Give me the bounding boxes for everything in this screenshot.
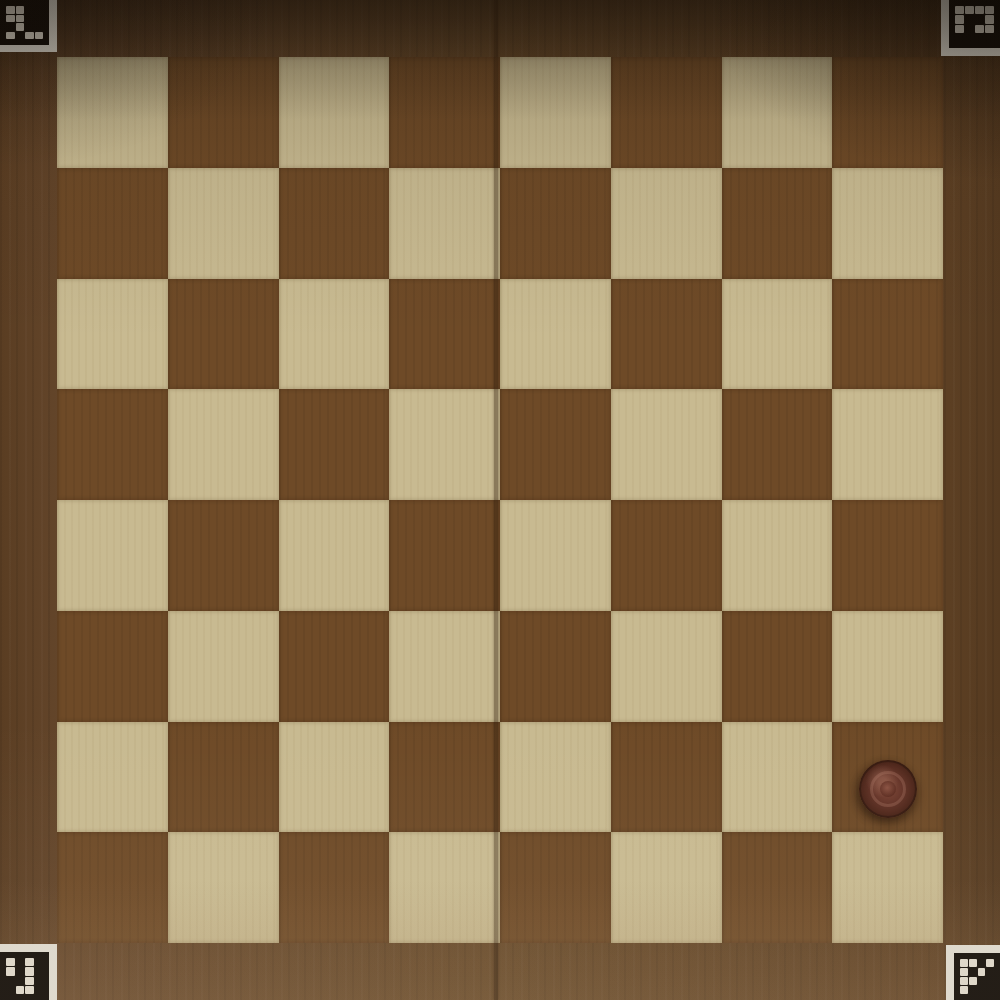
marker-cell-black [16, 958, 25, 966]
marker-cell-black [965, 25, 974, 33]
square-e3[interactable] [500, 611, 611, 722]
square-c6[interactable] [279, 279, 390, 390]
square-b2[interactable] [168, 722, 279, 833]
marker-cell-black [35, 967, 44, 975]
square-h5[interactable] [832, 389, 943, 500]
marker-cell-white [25, 958, 34, 966]
fiducial-pattern-bottom-left [0, 952, 49, 1000]
square-b1[interactable] [168, 832, 279, 943]
marker-cell-white [25, 986, 34, 994]
square-d7[interactable] [389, 168, 500, 279]
square-g8[interactable] [722, 57, 833, 168]
marker-cell-black [35, 986, 44, 994]
square-b5[interactable] [168, 389, 279, 500]
marker-cell-white [985, 15, 994, 23]
square-e6[interactable] [500, 279, 611, 390]
square-d2[interactable] [389, 722, 500, 833]
marker-cell-white [975, 6, 984, 14]
square-e4[interactable] [500, 500, 611, 611]
marker-cell-white [6, 958, 15, 966]
marker-cell-white [16, 6, 25, 14]
square-b4[interactable] [168, 500, 279, 611]
square-h4[interactable] [832, 500, 943, 611]
black-pawn[interactable] [859, 760, 917, 818]
square-h6[interactable] [832, 279, 943, 390]
square-f4[interactable] [611, 500, 722, 611]
fiducial-marker-top-left [0, 0, 57, 52]
marker-cell-white [25, 32, 34, 40]
marker-cell-black [35, 23, 44, 31]
square-a8[interactable] [57, 57, 168, 168]
marker-cell-black [986, 977, 994, 985]
square-d1[interactable] [389, 832, 500, 943]
marker-cell-white [978, 968, 986, 976]
marker-cell-white [985, 25, 994, 33]
square-a7[interactable] [57, 168, 168, 279]
square-h3[interactable] [832, 611, 943, 722]
square-a6[interactable] [57, 279, 168, 390]
square-a2[interactable] [57, 722, 168, 833]
marker-cell-black [975, 34, 984, 42]
square-g5[interactable] [722, 389, 833, 500]
square-c8[interactable] [279, 57, 390, 168]
square-c2[interactable] [279, 722, 390, 833]
fiducial-pattern-top-right [949, 0, 1000, 48]
marker-cell-white [969, 977, 977, 985]
square-b3[interactable] [168, 611, 279, 722]
fiducial-marker-bottom-left [0, 944, 57, 1000]
marker-cell-white [960, 968, 968, 976]
square-a1[interactable] [57, 832, 168, 943]
marker-cell-black [986, 986, 994, 994]
marker-cell-white [6, 15, 15, 23]
square-c3[interactable] [279, 611, 390, 722]
marker-cell-black [35, 15, 44, 23]
marker-cell-white [25, 967, 34, 975]
square-f1[interactable] [611, 832, 722, 943]
marker-cell-black [16, 977, 25, 985]
square-g2[interactable] [722, 722, 833, 833]
marker-cell-black [965, 34, 974, 42]
marker-cell-black [35, 958, 44, 966]
marker-cell-white [16, 23, 25, 31]
square-e7[interactable] [500, 168, 611, 279]
square-h8[interactable] [832, 57, 943, 168]
marker-cell-black [978, 977, 986, 985]
marker-cell-black [978, 986, 986, 994]
marker-cell-black [955, 34, 964, 42]
square-e2[interactable] [500, 722, 611, 833]
marker-cell-black [969, 986, 977, 994]
marker-cell-black [25, 15, 34, 23]
marker-cell-black [6, 23, 15, 31]
marker-cell-white [960, 986, 968, 994]
marker-cell-white [6, 967, 15, 975]
square-f6[interactable] [611, 279, 722, 390]
marker-cell-black [965, 15, 974, 23]
square-c1[interactable] [279, 832, 390, 943]
square-g4[interactable] [722, 500, 833, 611]
square-g3[interactable] [722, 611, 833, 722]
marker-cell-white [985, 6, 994, 14]
square-e1[interactable] [500, 832, 611, 943]
square-g7[interactable] [722, 168, 833, 279]
square-a4[interactable] [57, 500, 168, 611]
square-g1[interactable] [722, 832, 833, 943]
square-c5[interactable] [279, 389, 390, 500]
square-a5[interactable] [57, 389, 168, 500]
square-a3[interactable] [57, 611, 168, 722]
marker-cell-black [986, 968, 994, 976]
marker-cell-black [6, 977, 15, 985]
marker-cell-black [969, 968, 977, 976]
marker-cell-black [25, 6, 34, 14]
marker-cell-white [960, 977, 968, 985]
square-f8[interactable] [611, 57, 722, 168]
square-b7[interactable] [168, 168, 279, 279]
marker-cell-black [35, 977, 44, 985]
square-b6[interactable] [168, 279, 279, 390]
marker-cell-white [16, 986, 25, 994]
fiducial-marker-bottom-right [946, 945, 1000, 1000]
marker-cell-black [978, 959, 986, 967]
marker-cell-black [975, 15, 984, 23]
marker-cell-white [955, 6, 964, 14]
marker-cell-black [985, 34, 994, 42]
marker-cell-black [35, 6, 44, 14]
marker-cell-white [6, 32, 15, 40]
marker-cell-white [16, 15, 25, 23]
marker-cell-white [969, 959, 977, 967]
marker-cell-white [955, 25, 964, 33]
chess-board [57, 57, 943, 943]
square-g6[interactable] [722, 279, 833, 390]
marker-cell-black [6, 986, 15, 994]
marker-cell-white [35, 32, 44, 40]
marker-cell-white [25, 977, 34, 985]
marker-cell-white [955, 15, 964, 23]
marker-cell-black [16, 967, 25, 975]
square-d4[interactable] [389, 500, 500, 611]
square-d6[interactable] [389, 279, 500, 390]
marker-cell-black [16, 32, 25, 40]
square-c4[interactable] [279, 500, 390, 611]
square-e5[interactable] [500, 389, 611, 500]
fiducial-pattern-bottom-right [954, 953, 1000, 1000]
marker-cell-white [986, 959, 994, 967]
marker-cell-white [960, 959, 968, 967]
square-b8[interactable] [168, 57, 279, 168]
square-d5[interactable] [389, 389, 500, 500]
square-f3[interactable] [611, 611, 722, 722]
square-d8[interactable] [389, 57, 500, 168]
square-d3[interactable] [389, 611, 500, 722]
square-f7[interactable] [611, 168, 722, 279]
marker-cell-black [25, 23, 34, 31]
square-h1[interactable] [832, 832, 943, 943]
fiducial-pattern-top-left [0, 0, 49, 45]
marker-cell-white [975, 25, 984, 33]
square-f5[interactable] [611, 389, 722, 500]
fiducial-marker-top-right [941, 0, 1000, 56]
marker-cell-white [965, 6, 974, 14]
square-f2[interactable] [611, 722, 722, 833]
square-h7[interactable] [832, 168, 943, 279]
square-e8[interactable] [500, 57, 611, 168]
square-c7[interactable] [279, 168, 390, 279]
board-photo [0, 0, 1000, 1000]
marker-cell-white [6, 6, 15, 14]
